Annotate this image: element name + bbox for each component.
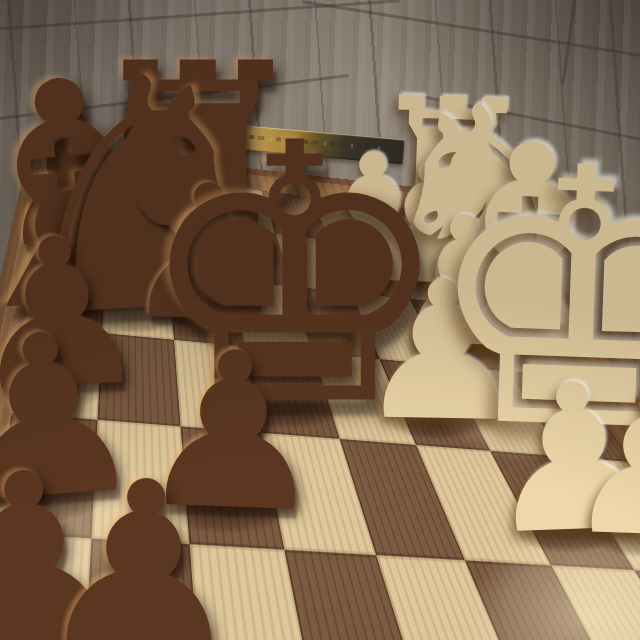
pawn-glyph: ♟	[561, 362, 640, 568]
black-pawn-b3[interactable]: ♟	[35, 451, 251, 640]
chess-scene: ♟♟♜♝♞♟♟♟♟♟♟♚♜♞♝♚♟♟♟♟♟♟	[0, 0, 640, 640]
white-pawn-h4[interactable]: ♟	[564, 365, 640, 564]
pawn-glyph: ♟	[28, 445, 256, 640]
